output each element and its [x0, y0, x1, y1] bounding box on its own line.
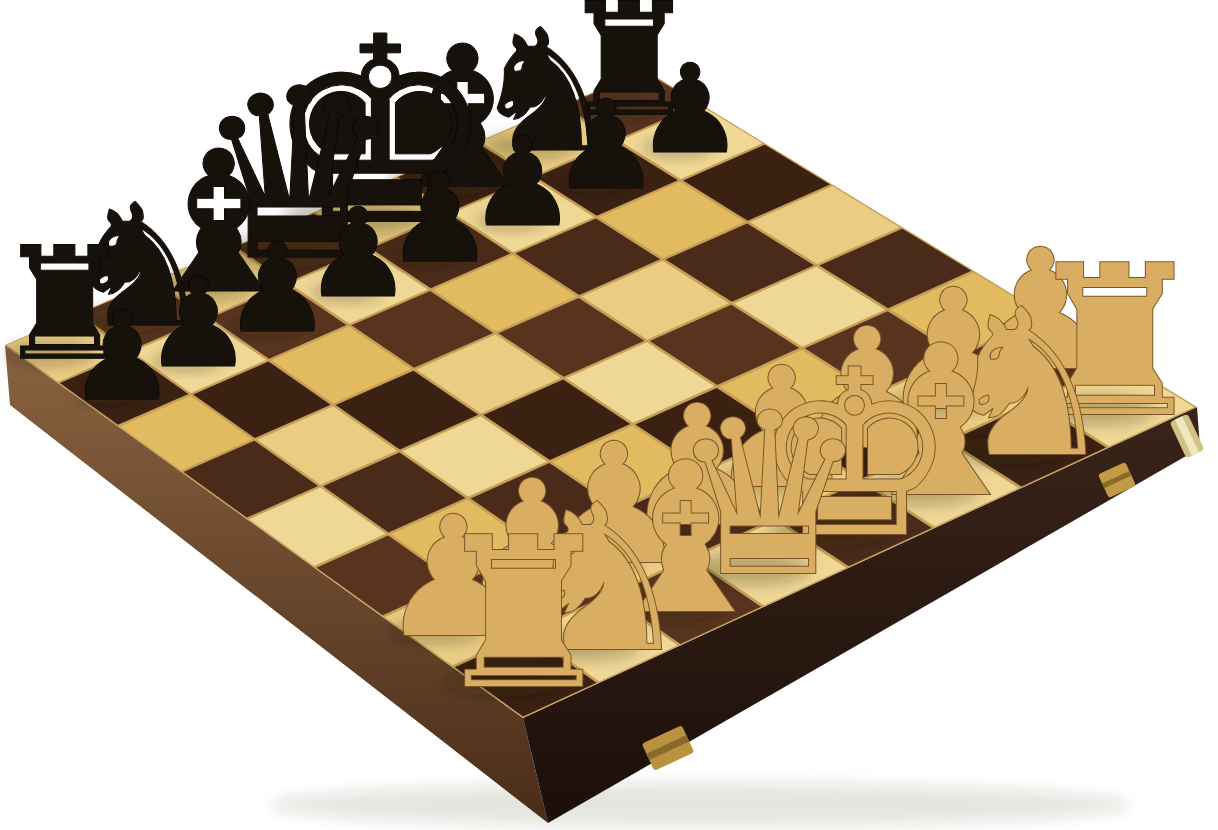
piece-white-rook-a1: ♜ — [431, 493, 617, 735]
piece-black-pawn-a7: ♟ — [67, 285, 177, 428]
chessboard: ♜♞♟♝♟♚♟♛♟♝♟♞♟♜♟♟♟♟♜♟♞♟♝♟♚♟♛♟♝♟♞♜ — [0, 0, 1218, 830]
drop-shadow — [270, 783, 1130, 827]
chess-set-photo: ♜♞♟♝♟♚♟♛♟♝♟♞♟♜♟♟♟♟♜♟♞♟♝♟♚♟♛♟♝♟♞♜ — [0, 0, 1218, 830]
